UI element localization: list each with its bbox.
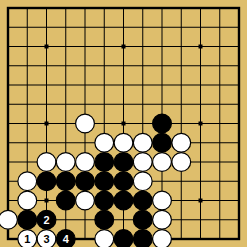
white-stone [37, 153, 56, 172]
white-stone [18, 191, 37, 210]
black-stone [153, 114, 172, 133]
white-stone [0, 210, 17, 229]
white-stone [95, 230, 114, 247]
white-stone [133, 172, 152, 191]
star-point [122, 45, 126, 49]
white-stone [76, 114, 95, 133]
black-stone [76, 172, 95, 191]
black-stone [114, 172, 133, 191]
star-point [199, 199, 203, 203]
black-stone [95, 191, 114, 210]
black-stone [18, 210, 37, 229]
move-label: 3 [43, 233, 49, 245]
black-stone [133, 230, 152, 247]
white-stone [95, 133, 114, 152]
black-stone [114, 191, 133, 210]
black-stone [56, 172, 75, 191]
black-stone [133, 191, 152, 210]
star-point [45, 199, 49, 203]
black-stone [37, 172, 56, 191]
white-stone [153, 153, 172, 172]
white-stone [153, 210, 172, 229]
black-stone [153, 133, 172, 152]
white-stone [133, 153, 152, 172]
star-point [45, 45, 49, 49]
move-label: 4 [63, 233, 70, 245]
white-stone [133, 133, 152, 152]
black-stone [95, 172, 114, 191]
white-stone [76, 191, 95, 210]
star-point [199, 122, 203, 126]
white-stone [76, 153, 95, 172]
white-stone [153, 191, 172, 210]
go-board[interactable]: 1234 [0, 0, 247, 247]
star-point [199, 45, 203, 49]
black-stone [95, 153, 114, 172]
white-stone [172, 153, 191, 172]
go-diagram: 1234 [0, 0, 247, 247]
black-stone [56, 191, 75, 210]
white-stone [56, 153, 75, 172]
black-stone [95, 210, 114, 229]
black-stone [133, 210, 152, 229]
white-stone [172, 133, 191, 152]
white-stone [153, 230, 172, 247]
star-point [45, 122, 49, 126]
star-point [122, 122, 126, 126]
white-stone [114, 133, 133, 152]
black-stone [114, 153, 133, 172]
black-stone [114, 230, 133, 247]
move-label: 2 [43, 214, 49, 226]
move-label: 1 [24, 233, 30, 245]
white-stone [18, 172, 37, 191]
